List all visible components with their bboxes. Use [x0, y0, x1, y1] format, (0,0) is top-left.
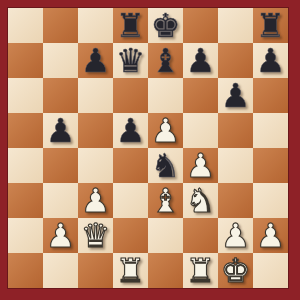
square-g3[interactable] — [218, 183, 253, 218]
square-a1[interactable] — [8, 253, 43, 288]
square-b4[interactable] — [43, 148, 78, 183]
white-pawn-f4: ♟ — [186, 148, 216, 183]
black-pawn-d5: ♟ — [116, 113, 146, 148]
white-pawn-e5: ♟ — [151, 113, 181, 148]
square-d7[interactable]: ♛ — [113, 43, 148, 78]
square-f8[interactable] — [183, 8, 218, 43]
square-d6[interactable] — [113, 78, 148, 113]
square-g7[interactable] — [218, 43, 253, 78]
square-d4[interactable] — [113, 148, 148, 183]
square-c3[interactable]: ♟ — [78, 183, 113, 218]
chess-board: ♜♚♜♟♛♝♟♟♟♟♟♟♞♟♟♝♞♟♛♟♟♜♜♚ — [8, 8, 288, 288]
black-rook-h8: ♜ — [256, 8, 286, 43]
square-c4[interactable] — [78, 148, 113, 183]
square-d1[interactable]: ♜ — [113, 253, 148, 288]
square-e2[interactable] — [148, 218, 183, 253]
square-b2[interactable]: ♟ — [43, 218, 78, 253]
square-a8[interactable] — [8, 8, 43, 43]
square-c5[interactable] — [78, 113, 113, 148]
square-e4[interactable]: ♞ — [148, 148, 183, 183]
white-queen-c2: ♛ — [81, 218, 111, 253]
white-king-g1: ♚ — [221, 253, 251, 288]
square-g1[interactable]: ♚ — [218, 253, 253, 288]
square-b1[interactable] — [43, 253, 78, 288]
square-b6[interactable] — [43, 78, 78, 113]
black-pawn-b5: ♟ — [46, 113, 76, 148]
square-g8[interactable] — [218, 8, 253, 43]
square-d3[interactable] — [113, 183, 148, 218]
square-b8[interactable] — [43, 8, 78, 43]
square-c1[interactable] — [78, 253, 113, 288]
white-bishop-e3: ♝ — [151, 183, 181, 218]
white-pawn-c3: ♟ — [81, 183, 111, 218]
chess-board-frame: ♜♚♜♟♛♝♟♟♟♟♟♟♞♟♟♝♞♟♛♟♟♜♜♚ — [0, 0, 300, 300]
square-d8[interactable]: ♜ — [113, 8, 148, 43]
black-pawn-h7: ♟ — [256, 43, 286, 78]
square-f7[interactable]: ♟ — [183, 43, 218, 78]
square-a5[interactable] — [8, 113, 43, 148]
square-g4[interactable] — [218, 148, 253, 183]
square-f2[interactable] — [183, 218, 218, 253]
square-h1[interactable] — [253, 253, 288, 288]
white-pawn-h2: ♟ — [256, 218, 286, 253]
square-c6[interactable] — [78, 78, 113, 113]
square-e6[interactable] — [148, 78, 183, 113]
square-a7[interactable] — [8, 43, 43, 78]
black-queen-d7: ♛ — [116, 43, 146, 78]
square-e1[interactable] — [148, 253, 183, 288]
square-b3[interactable] — [43, 183, 78, 218]
square-g5[interactable] — [218, 113, 253, 148]
square-b7[interactable] — [43, 43, 78, 78]
square-e5[interactable]: ♟ — [148, 113, 183, 148]
black-pawn-f7: ♟ — [186, 43, 216, 78]
square-d2[interactable] — [113, 218, 148, 253]
square-h3[interactable] — [253, 183, 288, 218]
white-rook-d1: ♜ — [116, 253, 146, 288]
black-rook-d8: ♜ — [116, 8, 146, 43]
square-f4[interactable]: ♟ — [183, 148, 218, 183]
square-f5[interactable] — [183, 113, 218, 148]
square-g6[interactable]: ♟ — [218, 78, 253, 113]
square-a4[interactable] — [8, 148, 43, 183]
black-pawn-g6: ♟ — [221, 78, 251, 113]
black-bishop-e7: ♝ — [151, 43, 181, 78]
square-c8[interactable] — [78, 8, 113, 43]
square-f6[interactable] — [183, 78, 218, 113]
white-pawn-g2: ♟ — [221, 218, 251, 253]
white-pawn-b2: ♟ — [46, 218, 76, 253]
square-c7[interactable]: ♟ — [78, 43, 113, 78]
square-e7[interactable]: ♝ — [148, 43, 183, 78]
square-f3[interactable]: ♞ — [183, 183, 218, 218]
square-f1[interactable]: ♜ — [183, 253, 218, 288]
black-king-e8: ♚ — [151, 8, 181, 43]
square-h8[interactable]: ♜ — [253, 8, 288, 43]
white-rook-f1: ♜ — [186, 253, 216, 288]
square-h4[interactable] — [253, 148, 288, 183]
square-e8[interactable]: ♚ — [148, 8, 183, 43]
square-g2[interactable]: ♟ — [218, 218, 253, 253]
square-h6[interactable] — [253, 78, 288, 113]
square-a2[interactable] — [8, 218, 43, 253]
square-d5[interactable]: ♟ — [113, 113, 148, 148]
black-pawn-c7: ♟ — [81, 43, 111, 78]
square-e3[interactable]: ♝ — [148, 183, 183, 218]
black-knight-e4: ♞ — [151, 148, 181, 183]
square-a3[interactable] — [8, 183, 43, 218]
white-knight-f3: ♞ — [186, 183, 216, 218]
square-a6[interactable] — [8, 78, 43, 113]
square-b5[interactable]: ♟ — [43, 113, 78, 148]
square-c2[interactable]: ♛ — [78, 218, 113, 253]
square-h2[interactable]: ♟ — [253, 218, 288, 253]
square-h5[interactable] — [253, 113, 288, 148]
square-h7[interactable]: ♟ — [253, 43, 288, 78]
